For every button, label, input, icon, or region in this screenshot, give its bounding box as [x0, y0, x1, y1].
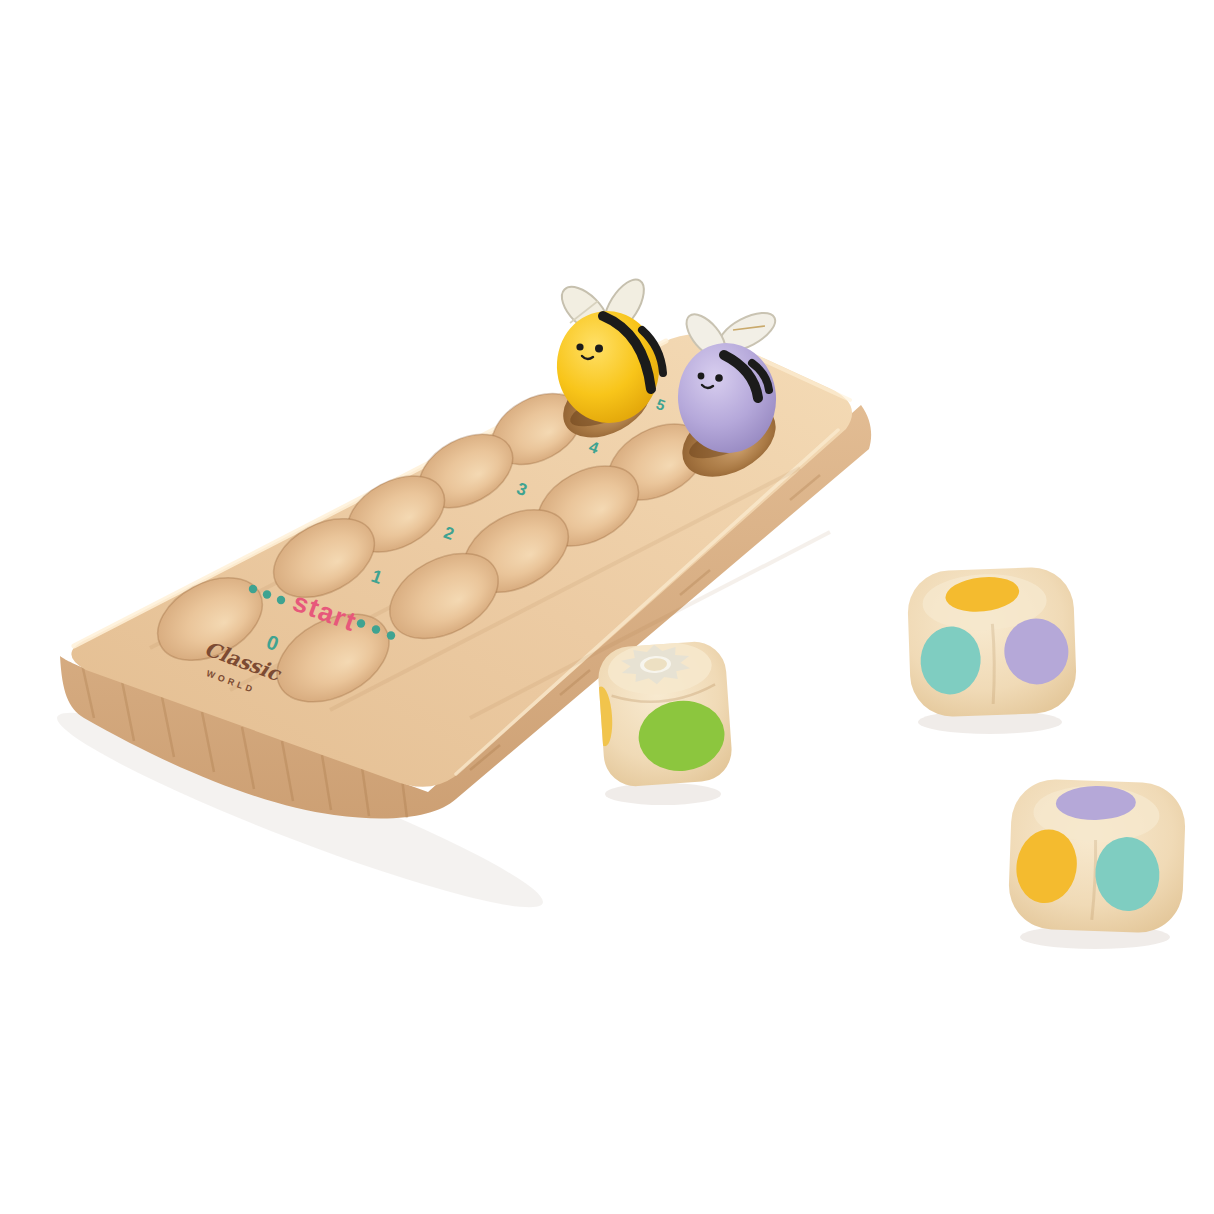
bee-eye: [576, 343, 583, 350]
die-2[interactable]: [907, 566, 1078, 718]
sun-center: [642, 656, 670, 673]
start-dot: [263, 590, 271, 598]
bee-eye: [715, 374, 723, 382]
start-dot: [277, 596, 285, 604]
bee-eye: [698, 373, 705, 380]
start-dot: [357, 619, 365, 627]
die-1[interactable]: [589, 638, 734, 789]
die-3[interactable]: [1007, 778, 1186, 934]
start-dot: [387, 631, 395, 639]
start-dot: [249, 585, 257, 593]
scene: 5 4 3 2 1 0 start Classic WORLD: [0, 0, 1214, 1214]
photo-canvas: 5 4 3 2 1 0 start Classic WORLD: [0, 0, 1214, 1214]
start-dot: [372, 625, 380, 633]
die-1-shadow: [605, 783, 721, 805]
bee-eye: [595, 345, 603, 353]
